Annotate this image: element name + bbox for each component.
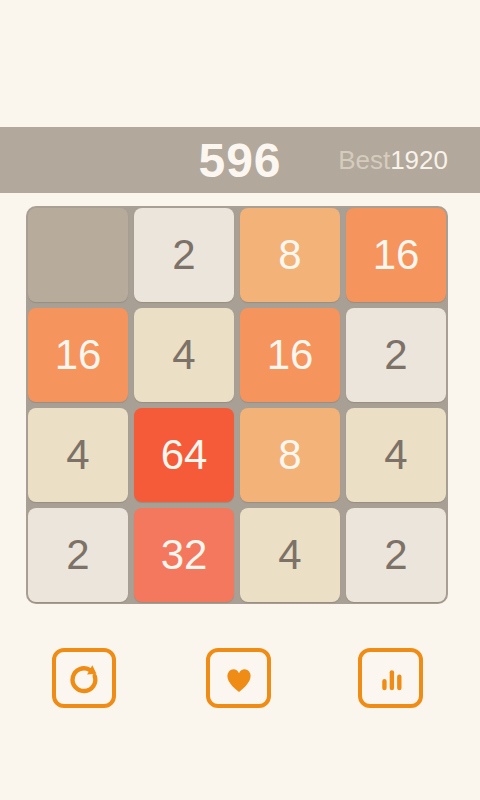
heart-icon	[218, 657, 260, 699]
empty-cell-r1c1	[28, 208, 128, 302]
tile-64-r3c2: 64	[134, 408, 234, 502]
best-label: Best	[338, 145, 390, 175]
tile-4-r4c3: 4	[240, 508, 340, 602]
stats-button[interactable]	[358, 648, 423, 708]
restart-button[interactable]	[52, 648, 116, 708]
tile-2-r1c2: 2	[134, 208, 234, 302]
board-4x4[interactable]: 28161641624648423242	[26, 206, 448, 604]
tile-16-r1c4: 16	[346, 208, 446, 302]
app-screen: 596 Best1920 28161641624648423242	[0, 0, 480, 800]
tile-4-r3c4: 4	[346, 408, 446, 502]
score-bar: 596 Best1920	[0, 127, 480, 193]
tile-2-r4c1: 2	[28, 508, 128, 602]
tile-16-r2c1: 16	[28, 308, 128, 402]
tile-8-r3c3: 8	[240, 408, 340, 502]
tile-4-r2c2: 4	[134, 308, 234, 402]
tile-4-r3c1: 4	[28, 408, 128, 502]
favorite-button[interactable]	[206, 648, 271, 708]
bar-chart-icon	[370, 657, 412, 699]
tile-2-r4c4: 2	[346, 508, 446, 602]
restart-icon	[63, 657, 105, 699]
best-value: 1920	[390, 145, 448, 175]
best-score: Best1920	[338, 145, 448, 176]
tile-2-r2c4: 2	[346, 308, 446, 402]
tile-16-r2c3: 16	[240, 308, 340, 402]
tile-8-r1c3: 8	[240, 208, 340, 302]
tile-32-r4c2: 32	[134, 508, 234, 602]
